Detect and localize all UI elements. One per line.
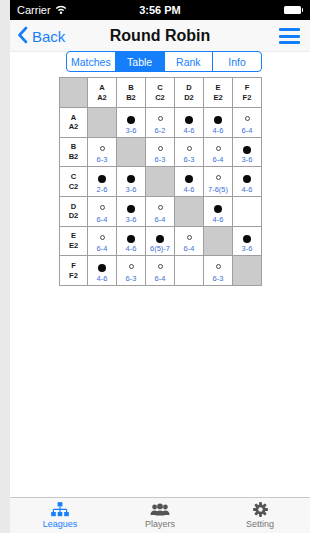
score-label: 3-6	[242, 245, 253, 255]
result-cell-D2-vs-A2[interactable]: 6-4	[88, 197, 117, 227]
hamburger-icon	[279, 28, 300, 31]
score-label: 4-6	[213, 127, 224, 137]
back-chevron-icon	[17, 26, 28, 47]
col-header-D2: DD2	[175, 78, 204, 108]
diagonal-cell-F2	[233, 256, 262, 286]
page-title: Round Robin	[70, 20, 250, 52]
menu-button[interactable]	[279, 27, 300, 45]
col-header-E2: EE2	[204, 78, 233, 108]
score-label: 4-6	[242, 186, 253, 196]
segmented-control: Matches Table Rank Info	[66, 51, 262, 72]
score-label: 3-6	[126, 216, 137, 226]
diagonal-cell-E2	[204, 227, 233, 257]
open-circle-icon	[129, 264, 134, 269]
score-label: 6-4	[213, 156, 224, 166]
nav-bar: Back Round Robin	[10, 20, 310, 52]
score-label: 2-6	[97, 186, 108, 196]
score-label: 6-4	[242, 127, 253, 137]
score-label: 4-6	[184, 127, 195, 137]
score-label: 6-4	[155, 275, 166, 285]
gear-icon	[253, 502, 268, 517]
col-header-A2: AA2	[88, 78, 117, 108]
score-label: 6(5)-7	[150, 245, 170, 255]
tab-rank[interactable]: Rank	[165, 52, 214, 71]
filled-dot-icon	[127, 205, 135, 213]
score-label: 6-4	[97, 245, 108, 255]
score-label: 3-6	[126, 127, 137, 137]
open-circle-icon	[216, 264, 221, 269]
filled-dot-icon	[214, 116, 222, 124]
result-cell-C2-vs-A2[interactable]: 2-6	[88, 167, 117, 197]
filled-dot-icon	[98, 175, 106, 183]
battery-icon	[284, 6, 304, 14]
result-cell-D2-vs-C2[interactable]: 6-4	[146, 197, 175, 227]
score-label: 4-6	[126, 245, 137, 255]
filled-dot-icon	[243, 235, 251, 243]
result-cell-B2-vs-C2[interactable]: 6-3	[146, 138, 175, 168]
diagonal-cell-C2	[146, 167, 175, 197]
status-bar: Carrier 3:56 PM	[10, 0, 310, 20]
result-cell-F2-vs-E2[interactable]: 6-3	[204, 256, 233, 286]
row-header-C2: CC2	[60, 167, 88, 197]
score-label: 6-3	[126, 275, 137, 285]
score-label: 3-6	[242, 156, 253, 166]
tab-setting-label: Setting	[246, 519, 274, 529]
table-corner-cell	[60, 78, 88, 108]
open-circle-icon	[100, 146, 105, 151]
result-cell-C2-vs-D2[interactable]: 4-6	[175, 167, 204, 197]
tab-leagues[interactable]: Leagues	[10, 498, 110, 533]
score-label: 4-6	[213, 216, 224, 226]
open-circle-icon	[100, 205, 105, 210]
back-button[interactable]: Back	[17, 20, 65, 52]
result-cell-A2-vs-F2[interactable]: 6-4	[233, 108, 262, 138]
score-label: 6-4	[155, 216, 166, 226]
score-label: 4-6	[184, 186, 195, 196]
result-cell-F2-vs-A2[interactable]: 4-6	[88, 256, 117, 286]
score-label: 6-3	[213, 275, 224, 285]
diagonal-cell-D2	[175, 197, 204, 227]
tab-players-label: Players	[145, 519, 175, 529]
open-circle-icon	[100, 235, 105, 240]
result-cell-A2-vs-B2[interactable]: 3-6	[117, 108, 146, 138]
result-cell-E2-vs-D2[interactable]: 6-4	[175, 227, 204, 257]
filled-dot-icon	[243, 175, 251, 183]
filled-dot-icon	[127, 116, 135, 124]
result-cell-B2-vs-E2[interactable]: 6-4	[204, 138, 233, 168]
result-cell-A2-vs-D2[interactable]: 4-6	[175, 108, 204, 138]
filled-dot-icon	[214, 205, 222, 213]
diagonal-cell-A2	[88, 108, 117, 138]
tab-setting[interactable]: Setting	[210, 498, 310, 533]
result-cell-B2-vs-D2[interactable]: 6-3	[175, 138, 204, 168]
round-robin-table: AA2BB2CC2DD2EE2FF2AA23-66-24-64-66-4BB26…	[59, 77, 262, 286]
tab-bar: Leagues Players	[10, 497, 310, 533]
tab-players[interactable]: Players	[110, 498, 210, 533]
result-cell-D2-vs-B2[interactable]: 3-6	[117, 197, 146, 227]
filled-dot-icon	[127, 235, 135, 243]
result-cell-C2-vs-B2[interactable]: 3-6	[117, 167, 146, 197]
result-cell-A2-vs-C2[interactable]: 6-2	[146, 108, 175, 138]
result-cell-B2-vs-A2[interactable]: 6-3	[88, 138, 117, 168]
open-circle-icon	[158, 146, 163, 151]
result-cell-C2-vs-F2[interactable]: 4-6	[233, 167, 262, 197]
diagonal-cell-B2	[117, 138, 146, 168]
col-header-B2: BB2	[117, 78, 146, 108]
result-cell-B2-vs-F2[interactable]: 3-6	[233, 138, 262, 168]
tab-table[interactable]: Table	[116, 52, 165, 71]
score-label: 4-6	[97, 275, 108, 285]
result-cell-D2-vs-F2[interactable]	[233, 197, 262, 227]
score-label: 6-3	[184, 156, 195, 166]
col-header-F2: FF2	[233, 78, 262, 108]
score-label: 7-6(5)	[208, 186, 228, 196]
people-icon	[150, 503, 170, 517]
result-cell-E2-vs-A2[interactable]: 6-4	[88, 227, 117, 257]
filled-dot-icon	[98, 264, 106, 272]
row-header-A2: AA2	[60, 108, 88, 138]
open-circle-icon	[158, 205, 163, 210]
open-circle-icon	[216, 175, 221, 180]
filled-dot-icon	[156, 235, 164, 243]
open-circle-icon	[187, 235, 192, 240]
result-cell-E2-vs-F2[interactable]: 3-6	[233, 227, 262, 257]
result-cell-C2-vs-E2[interactable]: 7-6(5)	[204, 167, 233, 197]
open-circle-icon	[245, 116, 250, 121]
score-label: 6-3	[97, 156, 108, 166]
result-cell-E2-vs-B2[interactable]: 4-6	[117, 227, 146, 257]
result-cell-F2-vs-C2[interactable]: 6-4	[146, 256, 175, 286]
open-circle-icon	[158, 264, 163, 269]
score-label: 6-2	[155, 127, 166, 137]
row-header-F2: FF2	[60, 256, 88, 286]
row-header-D2: DD2	[60, 197, 88, 227]
status-time: 3:56 PM	[10, 4, 310, 16]
app-screen: Carrier 3:56 PM Back Round Robin	[10, 0, 310, 533]
tab-matches[interactable]: Matches	[67, 52, 116, 71]
score-label: 3-6	[126, 186, 137, 196]
open-circle-icon	[187, 146, 192, 151]
score-label: 6-3	[155, 156, 166, 166]
result-cell-F2-vs-B2[interactable]: 6-3	[117, 256, 146, 286]
filled-dot-icon	[185, 116, 193, 124]
open-circle-icon	[158, 116, 163, 121]
filled-dot-icon	[185, 175, 193, 183]
score-label: 6-4	[97, 216, 108, 226]
result-cell-D2-vs-E2[interactable]: 4-6	[204, 197, 233, 227]
filled-dot-icon	[127, 175, 135, 183]
row-header-E2: EE2	[60, 227, 88, 257]
sitemap-icon	[51, 502, 69, 517]
tab-leagues-label: Leagues	[43, 519, 78, 529]
back-label: Back	[32, 28, 65, 45]
col-header-C2: CC2	[146, 78, 175, 108]
filled-dot-icon	[243, 146, 251, 154]
row-header-B2: BB2	[60, 138, 88, 168]
result-cell-E2-vs-C2[interactable]: 6(5)-7	[146, 227, 175, 257]
result-cell-F2-vs-D2[interactable]	[175, 256, 204, 286]
score-label: 6-4	[184, 245, 195, 255]
result-cell-A2-vs-E2[interactable]: 4-6	[204, 108, 233, 138]
tab-info[interactable]: Info	[213, 52, 261, 71]
open-circle-icon	[216, 146, 221, 151]
